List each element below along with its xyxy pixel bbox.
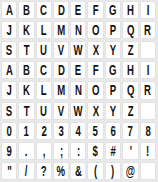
glyph-cell: R xyxy=(140,21,156,39)
glyph-cell: Z xyxy=(122,102,139,120)
glyph: M xyxy=(57,22,65,37)
glyph-cell: $ xyxy=(87,142,103,160)
glyph: ) xyxy=(111,163,114,178)
glyph: O xyxy=(92,22,99,37)
glyph: " xyxy=(7,163,12,178)
glyph: A xyxy=(6,2,13,17)
glyph: G xyxy=(109,62,116,77)
glyph-cell: D xyxy=(53,61,69,79)
glyph-cell: O xyxy=(87,81,103,99)
glyph: B xyxy=(23,2,30,17)
glyph: I xyxy=(147,2,150,17)
glyph-cell: G xyxy=(105,1,121,19)
glyph: Q xyxy=(127,22,134,37)
glyph-cell: G xyxy=(105,61,121,79)
glyph-cell: X xyxy=(87,41,103,59)
glyph-cell: O xyxy=(87,21,103,39)
glyph: T xyxy=(23,103,29,118)
glyph: ! xyxy=(146,143,149,158)
glyph-cell: A xyxy=(1,61,17,79)
glyph: 8 xyxy=(145,123,150,138)
glyph: U xyxy=(40,103,47,118)
glyph: B xyxy=(23,62,30,77)
glyph: R xyxy=(144,82,151,97)
glyph-cell: H xyxy=(122,1,139,19)
glyph: I xyxy=(147,62,150,77)
glyph: V xyxy=(58,42,64,57)
glyph-cell: L xyxy=(36,21,52,39)
glyph: E xyxy=(75,62,81,77)
glyph: C xyxy=(40,2,47,17)
glyph-cell: W xyxy=(70,41,86,59)
glyph-cell: M xyxy=(53,21,69,39)
glyph-cell: / xyxy=(18,162,34,180)
glyph: % xyxy=(57,163,66,178)
glyph-cell: 6 xyxy=(105,122,121,140)
glyph-cell: C xyxy=(36,61,52,79)
glyph-cell: ' xyxy=(122,142,139,160)
glyph: T xyxy=(23,42,29,57)
glyph: A xyxy=(6,62,13,77)
glyph-cell: B xyxy=(18,61,34,79)
glyph-cell: N xyxy=(70,81,86,99)
glyph: L xyxy=(41,82,47,97)
glyph-cell: P xyxy=(105,81,121,99)
glyph-grid: ABCDEFGHIJKLMNOPQRSTUVWXYZABCDEFGHIJKLMN… xyxy=(0,0,158,182)
glyph: 4 xyxy=(76,123,81,138)
glyph: 9 xyxy=(6,143,11,158)
glyph: 3 xyxy=(58,123,63,138)
glyph-cell: ( xyxy=(87,162,103,180)
glyph-cell: : xyxy=(70,142,86,160)
glyph: H xyxy=(127,2,134,17)
glyph-cell: 5 xyxy=(87,122,103,140)
glyph: ( xyxy=(94,163,97,178)
glyph: U xyxy=(40,42,47,57)
glyph: ' xyxy=(129,143,131,158)
glyph: N xyxy=(75,82,82,97)
glyph-cell xyxy=(140,102,156,120)
glyph: J xyxy=(6,82,11,97)
glyph-cell: B xyxy=(18,1,34,19)
glyph: X xyxy=(92,42,98,57)
glyph-cell: J xyxy=(1,81,17,99)
glyph-cell: D xyxy=(53,1,69,19)
glyph: M xyxy=(57,82,65,97)
glyph-cell: S xyxy=(1,102,17,120)
glyph: 1 xyxy=(24,123,29,138)
glyph-cell: ! xyxy=(140,142,156,160)
glyph-cell: W xyxy=(70,102,86,120)
glyph: . xyxy=(25,143,28,158)
glyph-cell: , xyxy=(36,142,52,160)
glyph: @ xyxy=(126,163,135,178)
glyph-cell: Y xyxy=(105,102,121,120)
glyph-cell: ) xyxy=(105,162,121,180)
glyph-cell: ? xyxy=(36,162,52,180)
glyph-cell: I xyxy=(140,1,156,19)
glyph-cell: Q xyxy=(122,21,139,39)
glyph: V xyxy=(58,103,64,118)
glyph-cell: A xyxy=(1,1,17,19)
glyph-cell xyxy=(140,41,156,59)
glyph-cell: Q xyxy=(122,81,139,99)
glyph: / xyxy=(25,163,28,178)
glyph: Z xyxy=(127,103,133,118)
glyph: Z xyxy=(127,42,133,57)
glyph-cell xyxy=(140,162,156,180)
glyph: # xyxy=(110,143,115,158)
glyph-cell: M xyxy=(53,81,69,99)
glyph-cell: K xyxy=(18,81,34,99)
glyph-cell: H xyxy=(122,61,139,79)
glyph-cell: J xyxy=(1,21,17,39)
glyph: P xyxy=(110,22,116,37)
glyph: N xyxy=(75,22,82,37)
glyph-cell: T xyxy=(18,41,34,59)
glyph: F xyxy=(93,2,99,17)
glyph-cell: V xyxy=(53,41,69,59)
glyph: P xyxy=(110,82,116,97)
glyph: & xyxy=(75,163,82,178)
glyph: C xyxy=(40,62,47,77)
glyph: S xyxy=(6,42,12,57)
glyph-cell: 3 xyxy=(53,122,69,140)
glyph-cell: ; xyxy=(53,142,69,160)
glyph-cell: " xyxy=(1,162,17,180)
glyph: H xyxy=(127,62,134,77)
glyph: O xyxy=(92,82,99,97)
glyph-cell: @ xyxy=(122,162,139,180)
glyph: G xyxy=(109,2,116,17)
glyph-cell: . xyxy=(18,142,34,160)
glyph-cell: E xyxy=(70,1,86,19)
glyph-cell: K xyxy=(18,21,34,39)
glyph: , xyxy=(42,143,45,158)
glyph-cell: T xyxy=(18,102,34,120)
glyph: W xyxy=(74,42,83,57)
glyph: $ xyxy=(93,143,98,158)
glyph: Y xyxy=(110,103,116,118)
glyph-cell: E xyxy=(70,61,86,79)
glyph-cell: 8 xyxy=(140,122,156,140)
glyph-cell: U xyxy=(36,102,52,120)
glyph-cell: R xyxy=(140,81,156,99)
glyph: W xyxy=(74,103,83,118)
glyph-cell: 4 xyxy=(70,122,86,140)
glyph: R xyxy=(144,22,151,37)
glyph-cell: Z xyxy=(122,41,139,59)
glyph: 6 xyxy=(110,123,115,138)
glyph-cell: 7 xyxy=(122,122,139,140)
glyph-cell: 1 xyxy=(18,122,34,140)
glyph-cell: 9 xyxy=(1,142,17,160)
glyph-cell: F xyxy=(87,1,103,19)
glyph: 2 xyxy=(41,123,46,138)
glyph: 7 xyxy=(128,123,133,138)
glyph-cell: C xyxy=(36,1,52,19)
glyph-cell: S xyxy=(1,41,17,59)
glyph: D xyxy=(58,62,65,77)
glyph-cell: L xyxy=(36,81,52,99)
glyph-cell: F xyxy=(87,61,103,79)
glyph: ; xyxy=(59,143,62,158)
glyph: J xyxy=(6,22,11,37)
glyph-cell: V xyxy=(53,102,69,120)
glyph: S xyxy=(6,103,12,118)
glyph-cell: Y xyxy=(105,41,121,59)
glyph: ? xyxy=(41,163,47,178)
glyph: 5 xyxy=(93,123,98,138)
glyph-cell: X xyxy=(87,102,103,120)
glyph-cell: % xyxy=(53,162,69,180)
glyph: K xyxy=(23,22,30,37)
glyph: D xyxy=(58,2,65,17)
glyph: K xyxy=(23,82,30,97)
glyph: 0 xyxy=(6,123,11,138)
glyph: Y xyxy=(110,42,116,57)
glyph: E xyxy=(75,2,81,17)
glyph-cell: N xyxy=(70,21,86,39)
glyph: F xyxy=(93,62,99,77)
glyph: Q xyxy=(127,82,134,97)
glyph: : xyxy=(77,143,80,158)
glyph-cell: P xyxy=(105,21,121,39)
glyph: X xyxy=(92,103,98,118)
glyph-cell: # xyxy=(105,142,121,160)
glyph: L xyxy=(41,22,47,37)
glyph-cell: & xyxy=(70,162,86,180)
glyph-cell: 2 xyxy=(36,122,52,140)
glyph-cell: 0 xyxy=(1,122,17,140)
glyph-cell: U xyxy=(36,41,52,59)
glyph-cell: I xyxy=(140,61,156,79)
